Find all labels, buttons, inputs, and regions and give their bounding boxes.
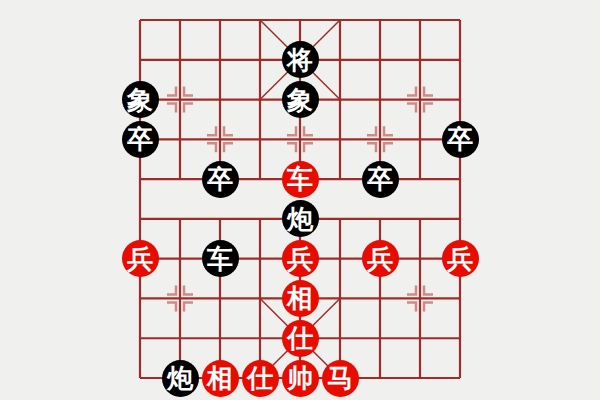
piece-black-elephant[interactable]: 象 bbox=[122, 81, 159, 118]
point-marker bbox=[184, 104, 193, 113]
piece-red-advisor[interactable]: 仕 bbox=[282, 320, 319, 357]
piece-red-pawn[interactable]: 兵 bbox=[282, 240, 319, 277]
piece-black-elephant[interactable]: 象 bbox=[282, 81, 319, 118]
point-marker bbox=[224, 143, 233, 152]
piece-black-cannon[interactable]: 炮 bbox=[282, 200, 319, 237]
point-marker bbox=[304, 126, 313, 135]
piece-red-pawn[interactable]: 兵 bbox=[442, 240, 479, 277]
point-marker bbox=[407, 104, 416, 113]
piece-red-horse[interactable]: 马 bbox=[322, 360, 359, 397]
point-marker bbox=[184, 87, 193, 96]
point-marker bbox=[367, 143, 376, 152]
point-marker bbox=[287, 126, 296, 135]
piece-black-cannon[interactable]: 炮 bbox=[162, 360, 199, 397]
point-marker bbox=[184, 285, 193, 294]
point-marker bbox=[407, 285, 416, 294]
piece-red-general[interactable]: 帅 bbox=[282, 360, 319, 397]
point-marker bbox=[407, 87, 416, 96]
point-marker bbox=[304, 143, 313, 152]
point-marker bbox=[367, 126, 376, 135]
xiangqi-screenshot: 将象象卒卒卒车卒炮兵车兵兵兵相仕炮相仕帅马 bbox=[0, 0, 600, 400]
piece-red-pawn[interactable]: 兵 bbox=[362, 240, 399, 277]
piece-black-pawn[interactable]: 卒 bbox=[442, 121, 479, 158]
point-marker bbox=[384, 126, 393, 135]
piece-red-elephant[interactable]: 相 bbox=[282, 280, 319, 317]
point-marker bbox=[287, 143, 296, 152]
piece-red-chariot[interactable]: 车 bbox=[282, 161, 319, 198]
point-marker bbox=[167, 302, 176, 311]
point-marker bbox=[424, 104, 433, 113]
piece-black-pawn[interactable]: 卒 bbox=[122, 121, 159, 158]
point-marker bbox=[224, 126, 233, 135]
point-marker bbox=[384, 143, 393, 152]
point-marker bbox=[207, 143, 216, 152]
point-marker bbox=[184, 302, 193, 311]
point-marker bbox=[167, 285, 176, 294]
piece-red-elephant[interactable]: 相 bbox=[202, 360, 239, 397]
point-marker bbox=[424, 285, 433, 294]
piece-red-pawn[interactable]: 兵 bbox=[122, 240, 159, 277]
point-marker bbox=[167, 104, 176, 113]
piece-red-advisor[interactable]: 仕 bbox=[242, 360, 279, 397]
point-marker bbox=[167, 87, 176, 96]
point-marker bbox=[424, 87, 433, 96]
piece-black-chariot[interactable]: 车 bbox=[202, 240, 239, 277]
piece-black-pawn[interactable]: 卒 bbox=[202, 161, 239, 198]
point-marker bbox=[424, 302, 433, 311]
point-marker bbox=[407, 302, 416, 311]
piece-black-pawn[interactable]: 卒 bbox=[362, 161, 399, 198]
point-marker bbox=[207, 126, 216, 135]
piece-black-general[interactable]: 将 bbox=[282, 41, 319, 78]
